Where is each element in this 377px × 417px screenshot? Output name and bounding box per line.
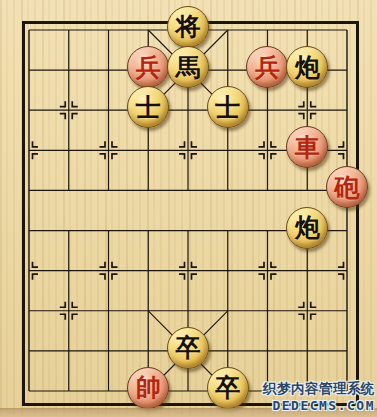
red-cannon-piece[interactable]: 砲 [326,166,368,208]
black-advisor-piece[interactable]: 士 [127,86,169,128]
watermark-line2: DEDECMS.COM [263,398,375,413]
black-soldier-piece[interactable]: 卒 [207,367,249,409]
black-cannon-piece[interactable]: 炮 [286,207,328,249]
piece-layer: 将兵馬兵炮士士車砲炮卒帥卒 [9,10,367,411]
red-general-piece[interactable]: 帥 [127,367,169,409]
red-soldier-piece[interactable]: 兵 [127,46,169,88]
watermark: 织梦内容管理系统 DEDECMS.COM [263,380,375,413]
xiangqi-board: 将兵馬兵炮士士車砲炮卒帥卒 织梦内容管理系统 DEDECMS.COM [0,0,377,417]
black-cannon-piece[interactable]: 炮 [286,46,328,88]
black-soldier-piece[interactable]: 卒 [167,327,209,369]
red-chariot-piece[interactable]: 車 [286,126,328,168]
black-horse-piece[interactable]: 馬 [167,46,209,88]
watermark-line1: 织梦内容管理系统 [263,380,375,398]
black-advisor-piece[interactable]: 士 [207,86,249,128]
black-general-piece[interactable]: 将 [167,6,209,48]
red-soldier-piece[interactable]: 兵 [246,46,288,88]
